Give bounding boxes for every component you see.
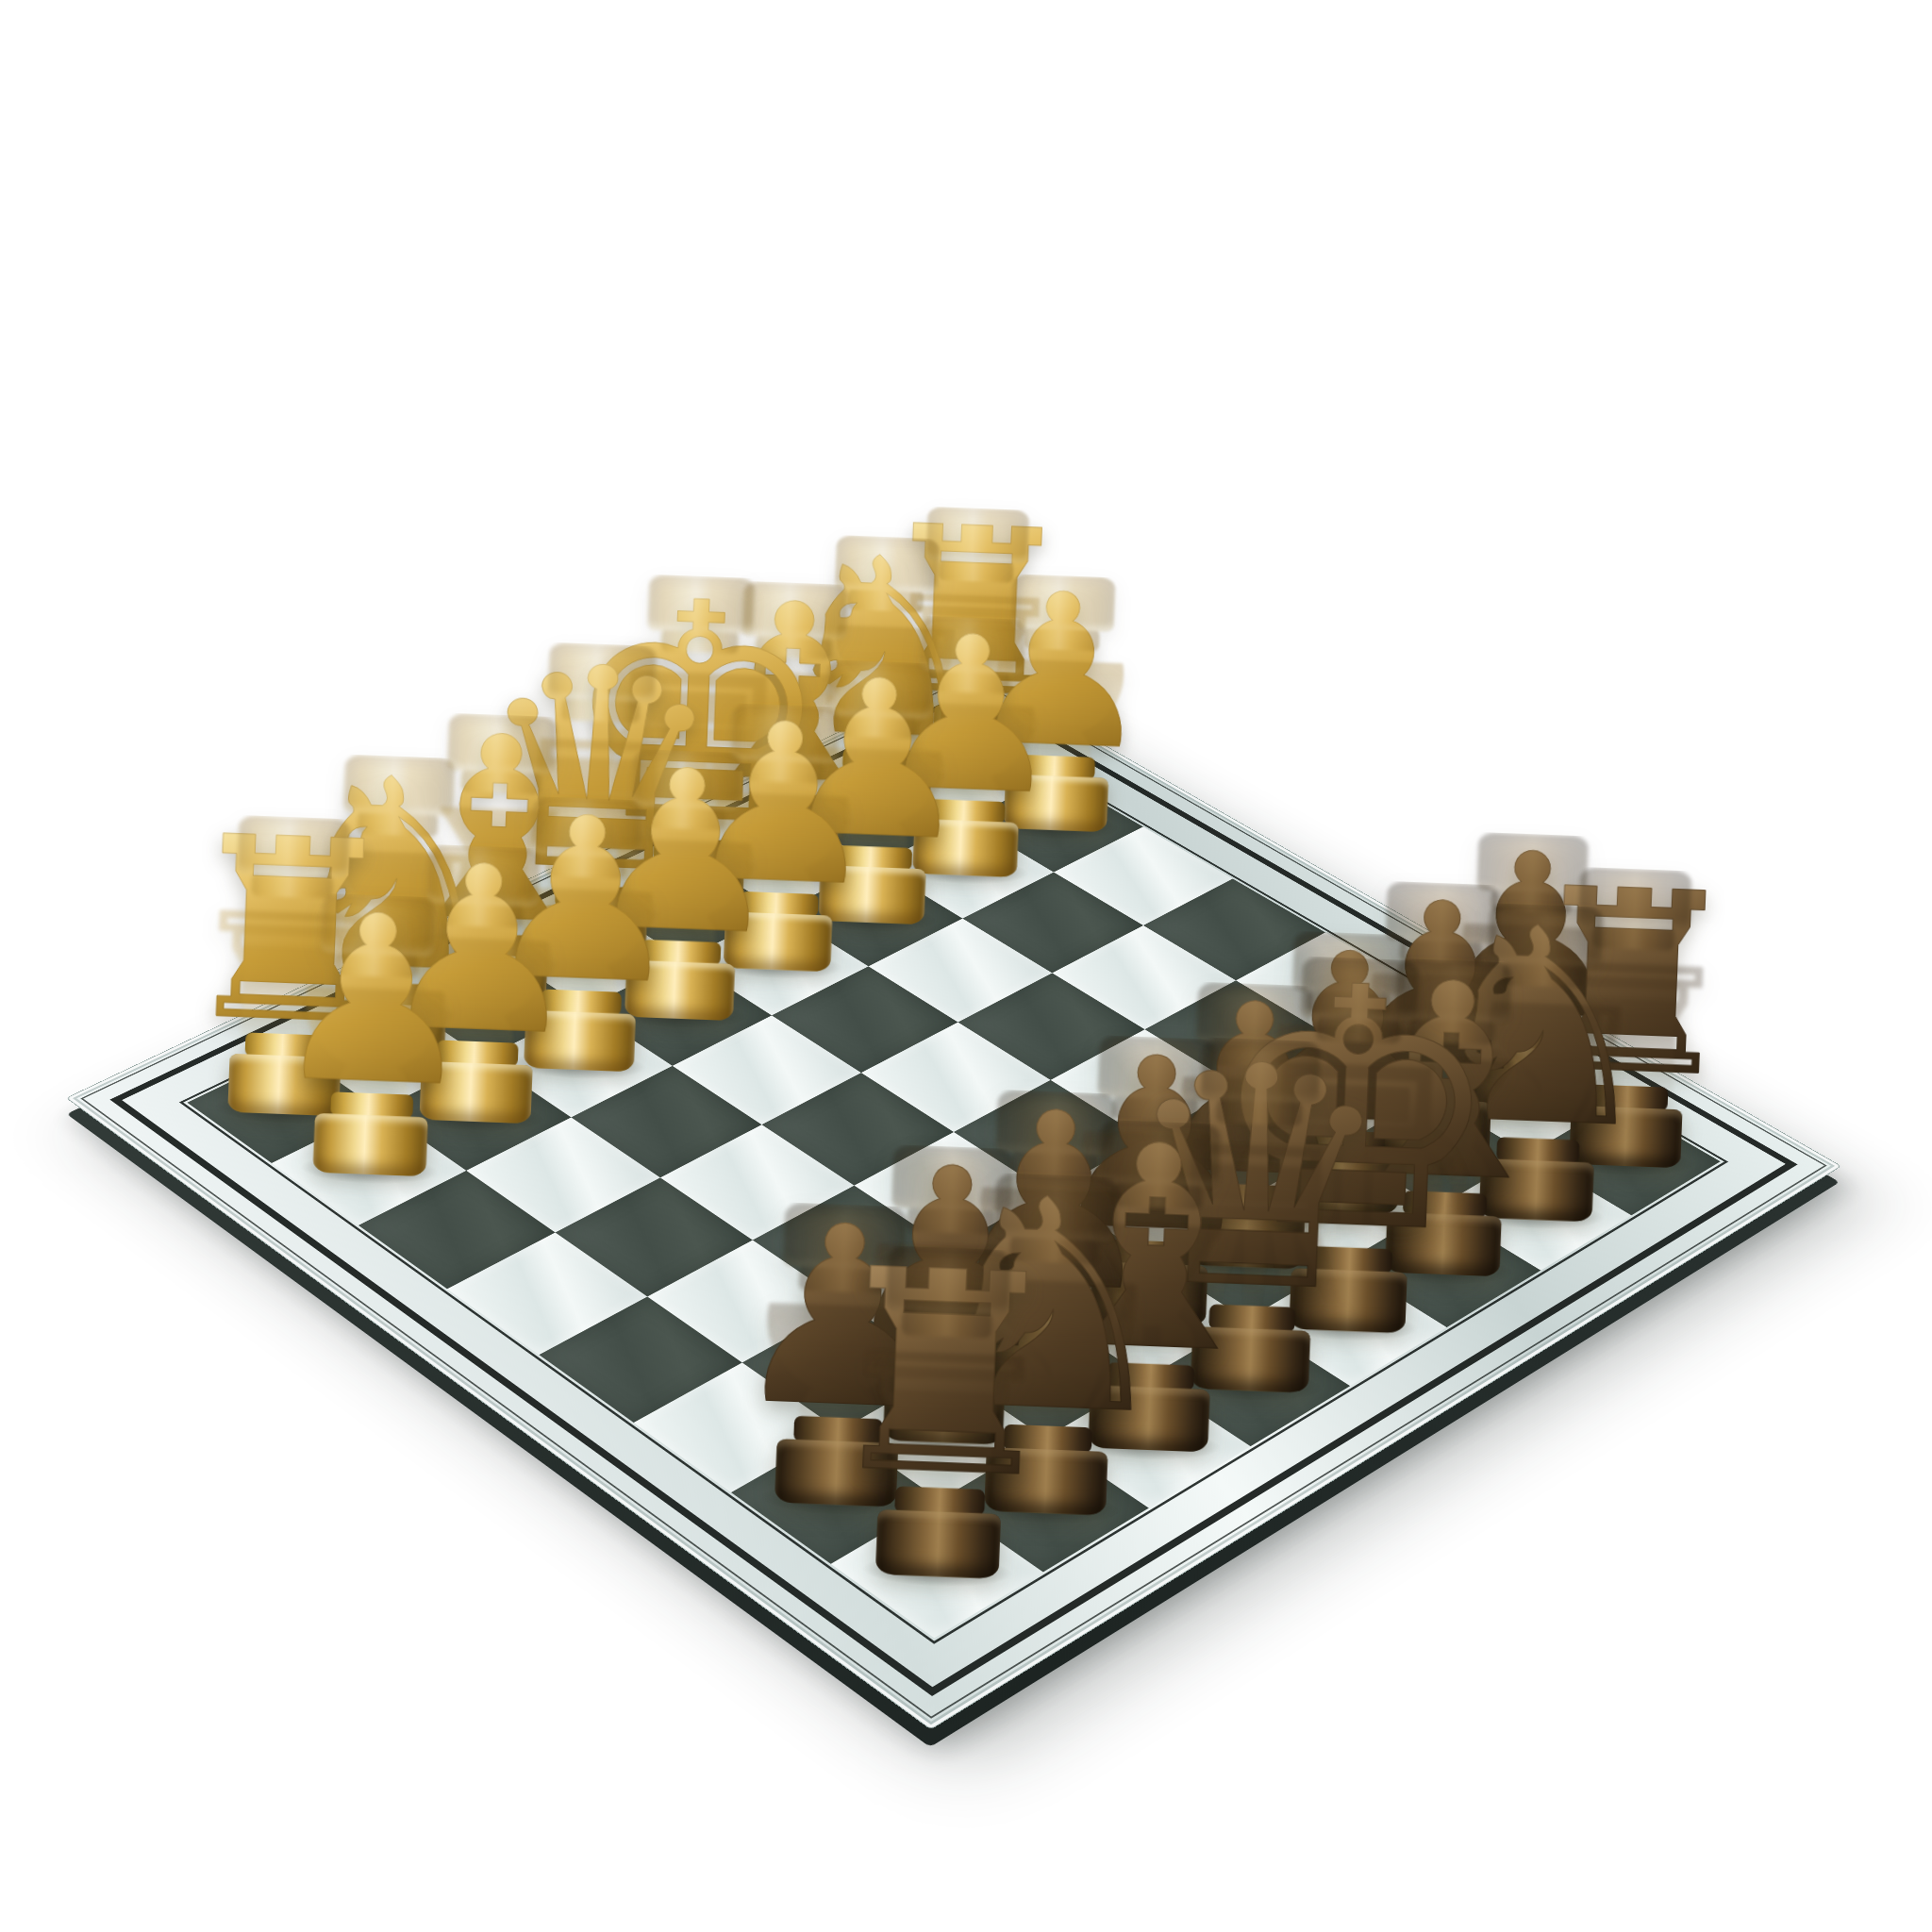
animal-bust: ♟♟ [266, 891, 482, 1178]
base-drum [875, 1509, 1001, 1579]
animal-bust: ♜♜ [813, 1243, 1074, 1581]
rook-eagle-glyph: ♜ [816, 1243, 1074, 1507]
base-drum [312, 1113, 427, 1176]
pawn-hare-glyph: ♟ [269, 891, 483, 1110]
product-photo-canvas: { "game": "chess", "title": "Animal-head… [0, 0, 1932, 1932]
